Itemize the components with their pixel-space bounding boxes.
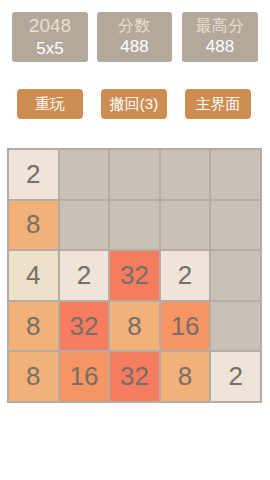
tile-32: 32 [110,352,159,401]
grid-size-label: 5x5 [36,39,63,59]
empty-cell [110,150,159,199]
score-label: 分数 [118,17,151,35]
replay-button[interactable]: 重玩 [17,89,83,119]
best-score-label: 最高分 [195,17,245,35]
tile-8: 8 [110,302,159,351]
title-box: 2048 5x5 [12,12,88,62]
undo-button[interactable]: 撤回(3) [101,89,167,119]
empty-cell [60,201,109,250]
score-box: 分数 488 [97,12,172,62]
tile-8: 8 [9,201,58,250]
empty-cell [211,251,260,300]
game-window: 2048 5x5 分数 488 最高分 488 重玩 撤回(3) 主界面 284… [0,0,270,480]
empty-cell [161,201,210,250]
score-value: 488 [120,37,148,57]
tile-32: 32 [60,302,109,351]
tile-2: 2 [9,150,58,199]
tile-32: 32 [110,251,159,300]
best-score-box: 最高分 488 [182,12,258,62]
empty-cell [211,302,260,351]
tile-4: 4 [9,251,58,300]
empty-cell [211,150,260,199]
tile-2: 2 [161,251,210,300]
tile-16: 16 [60,352,109,401]
empty-cell [110,201,159,250]
tile-2: 2 [60,251,109,300]
empty-cell [211,201,260,250]
tile-2: 2 [211,352,260,401]
board-grid[interactable]: 28423228328168163282 [7,148,262,403]
tile-8: 8 [9,352,58,401]
tile-8: 8 [161,352,210,401]
empty-cell [60,150,109,199]
app-title: 2048 [29,15,71,37]
empty-cell [161,150,210,199]
main-menu-button[interactable]: 主界面 [185,89,251,119]
best-score-value: 488 [206,37,234,57]
tile-16: 16 [161,302,210,351]
tile-8: 8 [9,302,58,351]
